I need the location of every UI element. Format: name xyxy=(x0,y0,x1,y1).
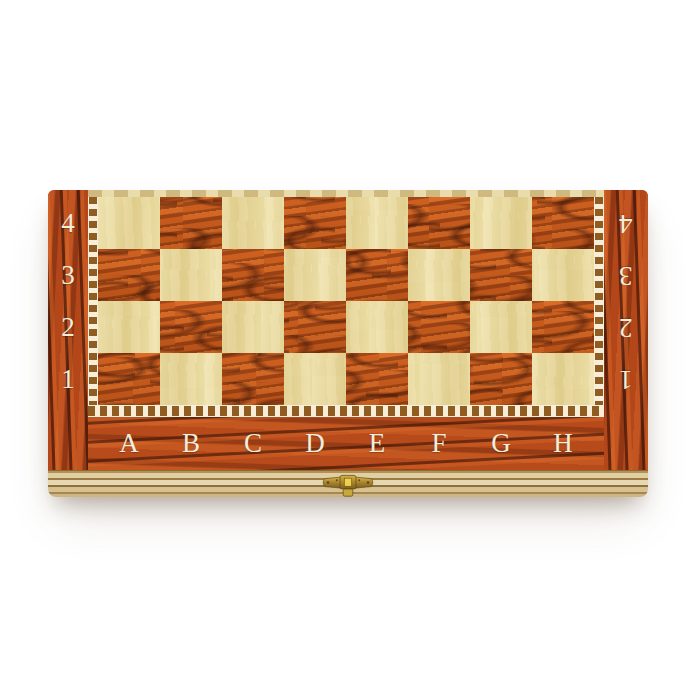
file-label-g: G xyxy=(470,417,532,470)
file-label-a: A xyxy=(98,417,160,470)
square-h1 xyxy=(532,353,594,405)
file-labels-bottom: ABCDEFGH xyxy=(98,417,594,470)
square-a1 xyxy=(98,353,160,405)
file-label-b: B xyxy=(160,417,222,470)
square-b3 xyxy=(160,249,222,301)
file-text: B xyxy=(182,430,200,457)
file-label-d: D xyxy=(284,417,346,470)
square-b1 xyxy=(160,353,222,405)
file-text: A xyxy=(119,430,139,457)
square-f1 xyxy=(408,353,470,405)
square-h3 xyxy=(532,249,594,301)
square-f2 xyxy=(408,301,470,353)
file-text: C xyxy=(244,430,262,457)
rank-label-2-right: 2 xyxy=(604,301,648,353)
rank-text: 3 xyxy=(61,262,75,289)
rank-label-4-right: 4 xyxy=(604,197,648,249)
square-d1 xyxy=(284,353,346,405)
fold-seam-strip xyxy=(88,190,604,197)
square-d2 xyxy=(284,301,346,353)
rank-text: 1 xyxy=(61,366,75,393)
inlay-border-bottom xyxy=(88,405,604,417)
rank-text: 3 xyxy=(619,262,633,289)
square-c3 xyxy=(222,249,284,301)
file-label-e: E xyxy=(346,417,408,470)
square-a4 xyxy=(98,197,160,249)
square-b2 xyxy=(160,301,222,353)
product-photo: 4321 4321 ABCDEFGH xyxy=(0,0,700,700)
square-e4 xyxy=(346,197,408,249)
file-text: H xyxy=(553,430,573,457)
file-label-c: C xyxy=(222,417,284,470)
square-b4 xyxy=(160,197,222,249)
square-f3 xyxy=(408,249,470,301)
inlay-border-left xyxy=(88,197,98,417)
box-side-edge xyxy=(48,470,648,497)
folded-chess-box: 4321 4321 ABCDEFGH xyxy=(48,190,648,497)
file-label-f: F xyxy=(408,417,470,470)
rank-label-4-left: 4 xyxy=(48,197,88,249)
rank-text: 4 xyxy=(61,210,75,237)
square-e2 xyxy=(346,301,408,353)
rank-text: 4 xyxy=(619,210,633,237)
rank-label-3-right: 3 xyxy=(604,249,648,301)
file-text: E xyxy=(369,430,386,457)
rank-label-1-right: 1 xyxy=(604,353,648,405)
square-d3 xyxy=(284,249,346,301)
square-c2 xyxy=(222,301,284,353)
rank-label-3-left: 3 xyxy=(48,249,88,301)
inlay-border-right xyxy=(594,197,604,417)
square-e1 xyxy=(346,353,408,405)
file-label-h: H xyxy=(532,417,594,470)
square-g2 xyxy=(470,301,532,353)
rank-text: 2 xyxy=(619,314,633,341)
rank-labels-right: 4321 xyxy=(604,197,648,405)
square-d4 xyxy=(284,197,346,249)
file-text: D xyxy=(305,430,325,457)
square-c4 xyxy=(222,197,284,249)
rank-label-2-left: 2 xyxy=(48,301,88,353)
chessboard-grid xyxy=(98,197,594,405)
square-e3 xyxy=(346,249,408,301)
file-text: G xyxy=(491,430,511,457)
square-c1 xyxy=(222,353,284,405)
square-h4 xyxy=(532,197,594,249)
square-a2 xyxy=(98,301,160,353)
clasp-latch-icon xyxy=(320,469,376,501)
board-face: 4321 4321 ABCDEFGH xyxy=(48,190,648,470)
rank-text: 1 xyxy=(619,366,633,393)
square-a3 xyxy=(98,249,160,301)
square-f4 xyxy=(408,197,470,249)
rank-labels-left: 4321 xyxy=(48,197,88,405)
file-text: F xyxy=(431,430,446,457)
square-g4 xyxy=(470,197,532,249)
square-g1 xyxy=(470,353,532,405)
square-h2 xyxy=(532,301,594,353)
rank-text: 2 xyxy=(61,314,75,341)
rank-label-1-left: 1 xyxy=(48,353,88,405)
square-g3 xyxy=(470,249,532,301)
